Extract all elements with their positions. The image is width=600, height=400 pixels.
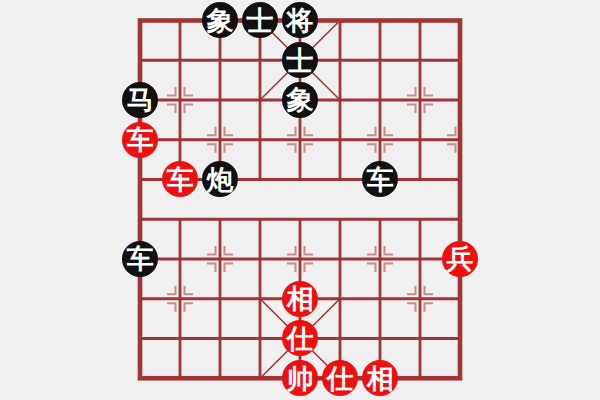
piece-red-elephant[interactable]: 相 <box>362 360 398 396</box>
piece-red-advisor[interactable]: 仕 <box>282 320 318 356</box>
piece-black-elephant[interactable]: 象 <box>202 2 238 38</box>
piece-black-general[interactable]: 将 <box>282 2 318 38</box>
piece-red-chariot[interactable]: 车 <box>122 122 158 158</box>
piece-black-chariot[interactable]: 车 <box>122 241 158 277</box>
piece-red-chariot[interactable]: 车 <box>162 161 198 197</box>
piece-black-advisor[interactable]: 士 <box>242 2 278 38</box>
piece-black-horse[interactable]: 马 <box>122 82 158 118</box>
piece-red-soldier[interactable]: 兵 <box>442 241 478 277</box>
piece-red-elephant[interactable]: 相 <box>282 281 318 317</box>
board: 象士将士马象车车炮车车兵相仕帅仕相 <box>120 1 480 399</box>
piece-red-advisor[interactable]: 仕 <box>322 360 358 396</box>
piece-black-cannon[interactable]: 炮 <box>202 161 238 197</box>
piece-black-elephant[interactable]: 象 <box>282 82 318 118</box>
piece-black-chariot[interactable]: 车 <box>362 161 398 197</box>
piece-red-general[interactable]: 帅 <box>282 360 318 396</box>
piece-black-advisor[interactable]: 士 <box>282 42 318 78</box>
xiangqi-screen: 象士将士马象车车炮车车兵相仕帅仕相 <box>0 0 600 400</box>
